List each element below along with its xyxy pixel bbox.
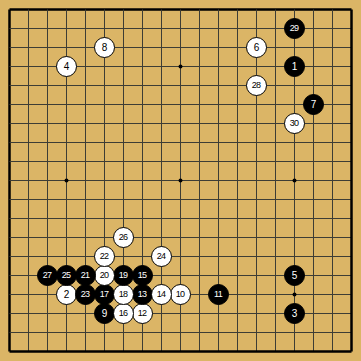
move-number: 26 xyxy=(119,233,128,242)
stone-black-25: 25 xyxy=(56,265,77,286)
move-number: 6 xyxy=(254,43,260,53)
board-intersection: 11 xyxy=(209,285,228,304)
move-number: 23 xyxy=(81,290,90,299)
board-intersection: 25 xyxy=(57,266,76,285)
move-number: 7 xyxy=(311,100,317,110)
board-intersection: 6 xyxy=(247,38,266,57)
move-number: 10 xyxy=(176,290,185,299)
stone-black-5: 5 xyxy=(284,265,305,286)
move-number: 27 xyxy=(43,271,52,280)
board-intersection: 20 xyxy=(95,266,114,285)
board-intersection: 9 xyxy=(95,304,114,323)
stones-layer: 1234567891011121314151617181920212223242… xyxy=(0,0,361,361)
move-number: 28 xyxy=(252,81,261,90)
move-number: 15 xyxy=(138,271,147,280)
board-intersection: 26 xyxy=(114,228,133,247)
board-intersection: 5 xyxy=(285,266,304,285)
board-intersection: 15 xyxy=(133,266,152,285)
board-intersection: 13 xyxy=(133,285,152,304)
stone-white-28: 28 xyxy=(246,75,267,96)
stone-black-1: 1 xyxy=(284,56,305,77)
board-intersection: 24 xyxy=(152,247,171,266)
move-number: 17 xyxy=(100,290,109,299)
move-number: 4 xyxy=(64,62,70,72)
stone-white-22: 22 xyxy=(94,246,115,267)
stone-white-16: 16 xyxy=(113,303,134,324)
stone-black-11: 11 xyxy=(208,284,229,305)
stone-black-3: 3 xyxy=(284,303,305,324)
board-intersection: 19 xyxy=(114,266,133,285)
stone-white-20: 20 xyxy=(94,265,115,286)
stone-white-24: 24 xyxy=(151,246,172,267)
stone-white-26: 26 xyxy=(113,227,134,248)
stone-white-14: 14 xyxy=(151,284,172,305)
board-intersection: 2 xyxy=(57,285,76,304)
stone-black-13: 13 xyxy=(132,284,153,305)
board-intersection: 27 xyxy=(38,266,57,285)
board-intersection: 30 xyxy=(285,114,304,133)
board-intersection: 12 xyxy=(133,304,152,323)
board-intersection: 21 xyxy=(76,266,95,285)
move-number: 2 xyxy=(64,290,70,300)
move-number: 14 xyxy=(157,290,166,299)
move-number: 5 xyxy=(292,271,298,281)
board-intersection: 1 xyxy=(285,57,304,76)
move-number: 13 xyxy=(138,290,147,299)
stone-black-29: 29 xyxy=(284,18,305,39)
stone-black-7: 7 xyxy=(303,94,324,115)
board-intersection: 14 xyxy=(152,285,171,304)
stone-white-12: 12 xyxy=(132,303,153,324)
board-intersection: 7 xyxy=(304,95,323,114)
board-intersection: 16 xyxy=(114,304,133,323)
move-number: 12 xyxy=(138,309,147,318)
move-number: 16 xyxy=(119,309,128,318)
stone-black-21: 21 xyxy=(75,265,96,286)
move-number: 19 xyxy=(119,271,128,280)
move-number: 30 xyxy=(290,119,299,128)
stone-white-10: 10 xyxy=(170,284,191,305)
stone-black-27: 27 xyxy=(37,265,58,286)
move-number: 18 xyxy=(119,290,128,299)
move-number: 25 xyxy=(62,271,71,280)
move-number: 3 xyxy=(292,309,298,319)
stone-white-18: 18 xyxy=(113,284,134,305)
move-number: 9 xyxy=(102,309,108,319)
board-intersection: 10 xyxy=(171,285,190,304)
stone-white-6: 6 xyxy=(246,37,267,58)
stone-black-17: 17 xyxy=(94,284,115,305)
board-intersection: 22 xyxy=(95,247,114,266)
move-number: 22 xyxy=(100,252,109,261)
stone-black-23: 23 xyxy=(75,284,96,305)
board-intersection: 4 xyxy=(57,57,76,76)
board-intersection: 29 xyxy=(285,19,304,38)
board-intersection: 18 xyxy=(114,285,133,304)
stone-white-30: 30 xyxy=(284,113,305,134)
board-intersection: 17 xyxy=(95,285,114,304)
move-number: 24 xyxy=(157,252,166,261)
move-number: 29 xyxy=(290,24,299,33)
stone-white-8: 8 xyxy=(94,37,115,58)
stone-white-4: 4 xyxy=(56,56,77,77)
move-number: 20 xyxy=(100,271,109,280)
stone-black-15: 15 xyxy=(132,265,153,286)
move-number: 21 xyxy=(81,271,90,280)
go-board: 1234567891011121314151617181920212223242… xyxy=(0,0,361,361)
move-number: 11 xyxy=(214,290,222,299)
board-intersection: 28 xyxy=(247,76,266,95)
board-intersection: 23 xyxy=(76,285,95,304)
stone-white-2: 2 xyxy=(56,284,77,305)
move-number: 1 xyxy=(292,62,298,72)
stone-black-19: 19 xyxy=(113,265,134,286)
move-number: 8 xyxy=(102,43,108,53)
stone-black-9: 9 xyxy=(94,303,115,324)
board-intersection: 8 xyxy=(95,38,114,57)
board-intersection: 3 xyxy=(285,304,304,323)
